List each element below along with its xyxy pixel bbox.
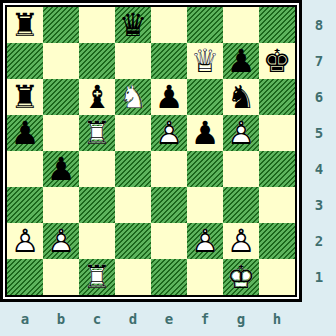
white-pawn-piece[interactable]: ♟♙ [223, 115, 259, 151]
square-e8[interactable] [151, 7, 187, 43]
square-h1[interactable] [259, 259, 295, 295]
square-e2[interactable] [151, 223, 187, 259]
square-a8[interactable]: ♜ [7, 7, 43, 43]
white-rook-piece[interactable]: ♜♖ [79, 259, 115, 295]
square-g7[interactable]: ♟ [223, 43, 259, 79]
white-king-piece[interactable]: ♚♔ [223, 259, 259, 295]
black-piece-glyph: ♟ [187, 115, 223, 151]
square-c3[interactable] [79, 187, 115, 223]
white-piece-outline: ♙ [7, 223, 43, 259]
white-piece-outline: ♙ [187, 223, 223, 259]
white-knight-piece[interactable]: ♞♘ [115, 79, 151, 115]
rank-label-3: 3 [302, 187, 336, 223]
white-piece-outline: ♙ [223, 115, 259, 151]
rank-labels: 87654321 [302, 7, 336, 295]
square-d3[interactable] [115, 187, 151, 223]
square-f8[interactable] [187, 7, 223, 43]
white-piece-outline: ♔ [223, 259, 259, 295]
white-piece-outline: ♕ [187, 43, 223, 79]
black-pawn-piece[interactable]: ♟ [151, 79, 187, 115]
square-g8[interactable] [223, 7, 259, 43]
file-label-f: f [187, 302, 223, 336]
square-a1[interactable] [7, 259, 43, 295]
rank-label-7: 7 [302, 43, 336, 79]
square-f6[interactable] [187, 79, 223, 115]
black-pawn-piece[interactable]: ♟ [43, 151, 79, 187]
square-b4[interactable]: ♟ [43, 151, 79, 187]
square-c5[interactable]: ♜♖ [79, 115, 115, 151]
rank-label-8: 8 [302, 7, 336, 43]
chess-board: ♜♛♛♕♟♚♜♝♞♘♟♞♟♜♖♟♙♟♟♙♟♟♙♟♙♟♙♟♙♜♖♚♔ [5, 5, 297, 297]
black-knight-piece[interactable]: ♞ [223, 79, 259, 115]
square-g6[interactable]: ♞ [223, 79, 259, 115]
square-g3[interactable] [223, 187, 259, 223]
white-pawn-piece[interactable]: ♟♙ [43, 223, 79, 259]
square-a7[interactable] [7, 43, 43, 79]
white-rook-piece[interactable]: ♜♖ [79, 115, 115, 151]
square-a2[interactable]: ♟♙ [7, 223, 43, 259]
square-f1[interactable] [187, 259, 223, 295]
square-b3[interactable] [43, 187, 79, 223]
square-b8[interactable] [43, 7, 79, 43]
black-piece-glyph: ♝ [79, 79, 115, 115]
rank-label-4: 4 [302, 151, 336, 187]
white-piece-outline: ♙ [151, 115, 187, 151]
square-h2[interactable] [259, 223, 295, 259]
square-a3[interactable] [7, 187, 43, 223]
square-e1[interactable] [151, 259, 187, 295]
rank-label-2: 2 [302, 223, 336, 259]
white-pawn-piece[interactable]: ♟♙ [7, 223, 43, 259]
square-b2[interactable]: ♟♙ [43, 223, 79, 259]
square-a4[interactable] [7, 151, 43, 187]
file-label-h: h [259, 302, 295, 336]
black-piece-glyph: ♚ [259, 43, 295, 79]
square-d8[interactable]: ♛ [115, 7, 151, 43]
white-piece-outline: ♖ [79, 115, 115, 151]
square-h6[interactable] [259, 79, 295, 115]
square-d7[interactable] [115, 43, 151, 79]
white-queen-piece[interactable]: ♛♕ [187, 43, 223, 79]
black-piece-glyph: ♟ [223, 43, 259, 79]
chess-board-frame: ♜♛♛♕♟♚♜♝♞♘♟♞♟♜♖♟♙♟♟♙♟♟♙♟♙♟♙♟♙♜♖♚♔ [0, 0, 302, 302]
square-g1[interactable]: ♚♔ [223, 259, 259, 295]
black-queen-piece[interactable]: ♛ [115, 7, 151, 43]
square-d5[interactable] [115, 115, 151, 151]
black-bishop-piece[interactable]: ♝ [79, 79, 115, 115]
file-label-g: g [223, 302, 259, 336]
square-h8[interactable] [259, 7, 295, 43]
square-a5[interactable]: ♟ [7, 115, 43, 151]
black-piece-glyph: ♟ [43, 151, 79, 187]
white-pawn-piece[interactable]: ♟♙ [187, 223, 223, 259]
square-a6[interactable]: ♜ [7, 79, 43, 115]
file-label-a: a [7, 302, 43, 336]
white-piece-outline: ♙ [43, 223, 79, 259]
square-d1[interactable] [115, 259, 151, 295]
square-c4[interactable] [79, 151, 115, 187]
square-d6[interactable]: ♞♘ [115, 79, 151, 115]
black-piece-glyph: ♛ [115, 7, 151, 43]
square-c2[interactable] [79, 223, 115, 259]
square-g5[interactable]: ♟♙ [223, 115, 259, 151]
black-rook-piece[interactable]: ♜ [7, 7, 43, 43]
square-c1[interactable]: ♜♖ [79, 259, 115, 295]
black-piece-glyph: ♞ [223, 79, 259, 115]
square-e3[interactable] [151, 187, 187, 223]
square-b6[interactable] [43, 79, 79, 115]
square-c8[interactable] [79, 7, 115, 43]
black-pawn-piece[interactable]: ♟ [7, 115, 43, 151]
square-e4[interactable] [151, 151, 187, 187]
square-c7[interactable] [79, 43, 115, 79]
chess-diagram-page: ♜♛♛♕♟♚♜♝♞♘♟♞♟♜♖♟♙♟♟♙♟♟♙♟♙♟♙♟♙♜♖♚♔ 876543… [0, 0, 336, 336]
black-rook-piece[interactable]: ♜ [7, 79, 43, 115]
square-f3[interactable] [187, 187, 223, 223]
square-e5[interactable]: ♟♙ [151, 115, 187, 151]
white-pawn-piece[interactable]: ♟♙ [223, 223, 259, 259]
square-g4[interactable] [223, 151, 259, 187]
rank-label-5: 5 [302, 115, 336, 151]
file-label-c: c [79, 302, 115, 336]
square-h4[interactable] [259, 151, 295, 187]
black-pawn-piece[interactable]: ♟ [223, 43, 259, 79]
black-piece-glyph: ♜ [7, 79, 43, 115]
square-g2[interactable]: ♟♙ [223, 223, 259, 259]
white-pawn-piece[interactable]: ♟♙ [151, 115, 187, 151]
file-label-e: e [151, 302, 187, 336]
square-b7[interactable] [43, 43, 79, 79]
square-e7[interactable] [151, 43, 187, 79]
rank-label-1: 1 [302, 259, 336, 295]
black-pawn-piece[interactable]: ♟ [187, 115, 223, 151]
file-labels: abcdefgh [7, 302, 295, 336]
file-label-d: d [115, 302, 151, 336]
black-piece-glyph: ♜ [7, 7, 43, 43]
square-d2[interactable] [115, 223, 151, 259]
square-f7[interactable]: ♛♕ [187, 43, 223, 79]
white-piece-outline: ♙ [223, 223, 259, 259]
square-b5[interactable] [43, 115, 79, 151]
square-h3[interactable] [259, 187, 295, 223]
black-piece-glyph: ♟ [7, 115, 43, 151]
square-f4[interactable] [187, 151, 223, 187]
black-piece-glyph: ♟ [151, 79, 187, 115]
rank-label-6: 6 [302, 79, 336, 115]
square-h5[interactable] [259, 115, 295, 151]
square-c6[interactable]: ♝ [79, 79, 115, 115]
white-piece-outline: ♖ [79, 259, 115, 295]
square-d4[interactable] [115, 151, 151, 187]
square-f2[interactable]: ♟♙ [187, 223, 223, 259]
black-king-piece[interactable]: ♚ [259, 43, 295, 79]
white-piece-outline: ♘ [115, 79, 151, 115]
square-b1[interactable] [43, 259, 79, 295]
file-label-b: b [43, 302, 79, 336]
square-f5[interactable]: ♟ [187, 115, 223, 151]
square-h7[interactable]: ♚ [259, 43, 295, 79]
square-e6[interactable]: ♟ [151, 79, 187, 115]
